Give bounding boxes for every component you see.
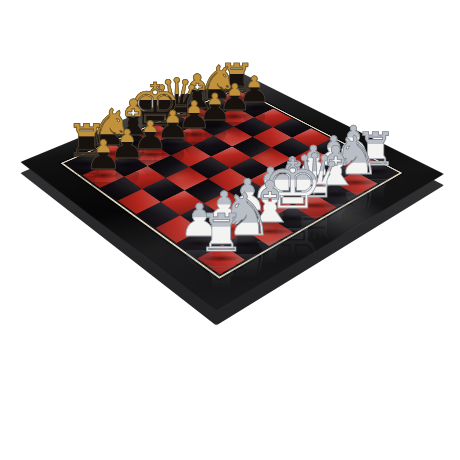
board-surface bbox=[20, 72, 444, 312]
chess-board bbox=[0, 0, 460, 460]
chess-set-product-photo: ♜♜♜♜♞♞♞♞♟♟♟♟♝♝♝♝♟♟♟♟♛♛♛♛♟♟♟♟♚♚♚♚♟♟♟♟♝♝♝♝… bbox=[0, 0, 460, 460]
